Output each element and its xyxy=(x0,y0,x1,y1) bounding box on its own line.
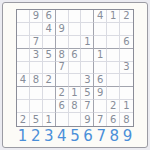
cell-r8c7[interactable] xyxy=(94,100,107,113)
palette-button-5[interactable]: 5 xyxy=(68,128,81,145)
cell-r4c1[interactable] xyxy=(17,49,30,62)
cell-r2c1[interactable] xyxy=(17,23,30,36)
cell-r3c3[interactable] xyxy=(43,36,56,49)
cell-r4c4[interactable]: 8 xyxy=(56,49,69,62)
cell-r3c7[interactable] xyxy=(94,36,107,49)
cell-r5c8[interactable] xyxy=(107,62,120,75)
cell-r7c7[interactable]: 9 xyxy=(94,87,107,100)
cell-r3c5[interactable] xyxy=(69,36,82,49)
cell-r5c4[interactable]: 7 xyxy=(56,62,69,75)
cell-r2c3[interactable]: 4 xyxy=(43,23,56,36)
cell-r3c1[interactable] xyxy=(17,36,30,49)
cell-r2c5[interactable] xyxy=(69,23,82,36)
palette-button-1[interactable]: 1 xyxy=(16,128,29,145)
cell-r1c1[interactable] xyxy=(17,10,30,23)
cell-r1c2[interactable]: 9 xyxy=(30,10,43,23)
cell-r6c6[interactable]: 3 xyxy=(81,74,94,87)
cell-r9c1[interactable]: 2 xyxy=(17,113,30,126)
palette-button-9[interactable]: 9 xyxy=(121,128,134,145)
cell-r1c4[interactable] xyxy=(56,10,69,23)
cell-r7c1[interactable] xyxy=(17,87,30,100)
cell-r6c8[interactable] xyxy=(107,74,120,87)
cell-r6c5[interactable] xyxy=(69,74,82,87)
cell-r5c2[interactable] xyxy=(30,62,43,75)
cell-r2c2[interactable] xyxy=(30,23,43,36)
cell-r1c6[interactable] xyxy=(81,10,94,23)
number-palette: 123456789 xyxy=(16,128,134,145)
cell-r1c5[interactable] xyxy=(69,10,82,23)
cell-r2c7[interactable] xyxy=(94,23,107,36)
cell-r5c6[interactable] xyxy=(81,62,94,75)
palette-button-3[interactable]: 3 xyxy=(42,128,55,145)
cell-r8c6[interactable]: 7 xyxy=(81,100,94,113)
cell-r3c2[interactable]: 7 xyxy=(30,36,43,49)
cell-r6c4[interactable] xyxy=(56,74,69,87)
cell-r4c9[interactable] xyxy=(120,49,133,62)
sudoku-card: 96412497163586173482362159687212519768 1… xyxy=(2,2,148,148)
cell-r4c7[interactable]: 1 xyxy=(94,49,107,62)
cell-r4c6[interactable] xyxy=(81,49,94,62)
cell-r7c2[interactable] xyxy=(30,87,43,100)
cell-r8c5[interactable]: 8 xyxy=(69,100,82,113)
cell-r5c1[interactable] xyxy=(17,62,30,75)
cell-r8c1[interactable] xyxy=(17,100,30,113)
cell-r9c8[interactable]: 6 xyxy=(107,113,120,126)
cell-r7c3[interactable] xyxy=(43,87,56,100)
palette-button-2[interactable]: 2 xyxy=(29,128,42,145)
cell-r7c5[interactable]: 1 xyxy=(69,87,82,100)
cell-r6c3[interactable]: 2 xyxy=(43,74,56,87)
cell-r1c9[interactable]: 2 xyxy=(120,10,133,23)
cell-r1c7[interactable]: 4 xyxy=(94,10,107,23)
cell-r2c4[interactable]: 9 xyxy=(56,23,69,36)
cell-r4c2[interactable]: 3 xyxy=(30,49,43,62)
palette-button-4[interactable]: 4 xyxy=(55,128,68,145)
cell-r5c3[interactable] xyxy=(43,62,56,75)
cell-r2c8[interactable] xyxy=(107,23,120,36)
cell-r8c9[interactable]: 1 xyxy=(120,100,133,113)
palette-button-6[interactable]: 6 xyxy=(82,128,95,145)
cell-r9c3[interactable]: 1 xyxy=(43,113,56,126)
cell-r3c6[interactable]: 1 xyxy=(81,36,94,49)
palette-button-7[interactable]: 7 xyxy=(95,128,108,145)
cell-r6c1[interactable]: 4 xyxy=(17,74,30,87)
cell-r8c3[interactable] xyxy=(43,100,56,113)
sudoku-board: 96412497163586173482362159687212519768 xyxy=(16,9,134,127)
cell-r9c4[interactable] xyxy=(56,113,69,126)
cell-r7c8[interactable] xyxy=(107,87,120,100)
palette-button-8[interactable]: 8 xyxy=(108,128,121,145)
cell-r3c4[interactable] xyxy=(56,36,69,49)
cell-r7c4[interactable]: 2 xyxy=(56,87,69,100)
cell-r6c9[interactable] xyxy=(120,74,133,87)
cell-r7c6[interactable]: 5 xyxy=(81,87,94,100)
cell-r8c2[interactable] xyxy=(30,100,43,113)
cell-r1c3[interactable]: 6 xyxy=(43,10,56,23)
cell-r3c9[interactable]: 6 xyxy=(120,36,133,49)
cell-r7c9[interactable] xyxy=(120,87,133,100)
cell-r4c5[interactable]: 6 xyxy=(69,49,82,62)
cell-r9c5[interactable] xyxy=(69,113,82,126)
cell-r9c6[interactable]: 9 xyxy=(81,113,94,126)
cell-r6c2[interactable]: 8 xyxy=(30,74,43,87)
cell-r9c7[interactable]: 7 xyxy=(94,113,107,126)
cell-r8c4[interactable]: 6 xyxy=(56,100,69,113)
cell-r2c9[interactable] xyxy=(120,23,133,36)
cell-r2c6[interactable] xyxy=(81,23,94,36)
cell-r9c9[interactable]: 8 xyxy=(120,113,133,126)
cell-r3c8[interactable] xyxy=(107,36,120,49)
cell-r1c8[interactable]: 1 xyxy=(107,10,120,23)
cell-r4c8[interactable] xyxy=(107,49,120,62)
cell-r5c5[interactable] xyxy=(69,62,82,75)
cell-r9c2[interactable]: 5 xyxy=(30,113,43,126)
cell-r5c7[interactable] xyxy=(94,62,107,75)
cell-r5c9[interactable]: 3 xyxy=(120,62,133,75)
cell-r4c3[interactable]: 5 xyxy=(43,49,56,62)
cell-r6c7[interactable]: 6 xyxy=(94,74,107,87)
cell-r8c8[interactable]: 2 xyxy=(107,100,120,113)
